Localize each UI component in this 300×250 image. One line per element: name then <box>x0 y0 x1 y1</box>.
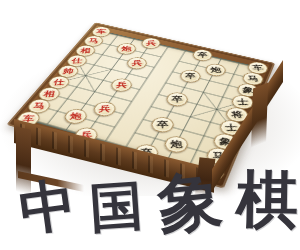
piece-character: 卒 <box>185 73 196 80</box>
piece-character: 仕 <box>71 58 82 64</box>
calligraphy-title: 中 国 象 棋 <box>20 152 298 248</box>
piece-character: 兵 <box>98 105 110 112</box>
red-soldier-piece[interactable]: 兵 <box>124 56 150 71</box>
black-soldier-piece[interactable]: 卒 <box>164 91 191 109</box>
piece-character: 兵 <box>131 60 142 66</box>
piece-character: 士 <box>236 98 249 105</box>
table-leg-right <box>251 82 268 151</box>
piece-character: 将 <box>231 111 244 119</box>
piece-character: 马 <box>33 102 46 109</box>
piece-character: 卒 <box>197 52 208 58</box>
red-soldier-piece[interactable]: 兵 <box>108 77 135 94</box>
piece-character: 炮 <box>122 46 132 52</box>
piece-character: 相 <box>80 48 91 54</box>
calligraphy-char-xiang: 象 <box>153 156 226 249</box>
piece-character: 炮 <box>70 113 83 121</box>
black-cannon-piece[interactable]: 炮 <box>203 62 228 78</box>
piece-character: 帅 <box>62 68 74 74</box>
red-cannon-piece[interactable]: 炮 <box>61 107 91 126</box>
piece-character: 卒 <box>157 121 169 129</box>
piece-character: 马 <box>88 38 99 44</box>
piece-character: 炮 <box>170 140 183 149</box>
piece-character: 马 <box>247 75 259 82</box>
calligraphy-char-zhong: 中 <box>15 166 81 249</box>
piece-character: 车 <box>96 29 106 34</box>
piece-character: 兵 <box>116 82 127 89</box>
piece-character: 相 <box>43 90 55 97</box>
black-soldier-piece[interactable]: 卒 <box>148 115 177 135</box>
black-soldier-piece[interactable]: 卒 <box>178 68 204 84</box>
piece-character: 车 <box>252 65 264 71</box>
red-soldier-piece[interactable]: 兵 <box>138 36 163 50</box>
piece-character: 仕 <box>53 79 65 86</box>
calligraphy-char-qi: 棋 <box>235 157 298 242</box>
calligraphy-char-guo: 国 <box>88 170 146 246</box>
piece-character: 炮 <box>210 67 221 73</box>
red-soldier-piece[interactable]: 兵 <box>90 100 119 119</box>
black-soldier-piece[interactable]: 卒 <box>190 48 215 63</box>
red-cannon-piece[interactable]: 炮 <box>114 42 139 56</box>
piece-character: 卒 <box>172 96 184 103</box>
piece-character: 兵 <box>146 40 156 46</box>
xiangqi-promo-image: 车马相仕帅仕相马车炮炮兵兵兵兵兵卒卒卒卒卒炮炮车马象士将士象马车 中 国 象 棋 <box>0 0 300 250</box>
